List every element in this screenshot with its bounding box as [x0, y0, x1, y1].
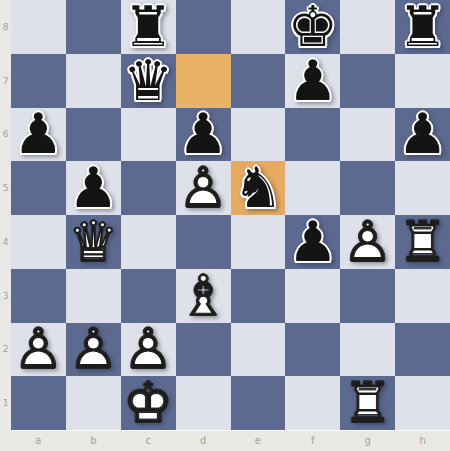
square-a1[interactable]	[11, 376, 66, 430]
square-a2[interactable]: ♟♙	[11, 323, 66, 377]
white-pawn-glyph: ♟	[121, 323, 176, 377]
square-c3[interactable]	[121, 269, 176, 323]
square-c4[interactable]	[121, 215, 176, 269]
black-pawn-piece[interactable]: ♟	[176, 108, 231, 162]
file-label-h: h	[395, 430, 450, 451]
black-pawn-glyph: ♟	[285, 215, 340, 269]
square-e1[interactable]	[231, 376, 286, 430]
white-king-glyph: ♚	[121, 376, 176, 430]
rank-label-8: 8	[0, 0, 11, 54]
black-pawn-glyph: ♟	[395, 108, 450, 162]
white-pawn-outline: ♙	[121, 323, 176, 377]
square-c7[interactable]: ♛	[121, 54, 176, 108]
file-label-f: f	[285, 430, 340, 451]
square-d7[interactable]	[176, 54, 231, 108]
rank-label-3: 3	[0, 269, 11, 323]
white-pawn-glyph: ♟	[11, 323, 66, 377]
black-knight-piece[interactable]: ♞	[231, 161, 286, 215]
square-g5[interactable]	[340, 161, 395, 215]
square-d3[interactable]: ♝♗	[176, 269, 231, 323]
file-label-e: e	[231, 430, 286, 451]
black-queen-glyph: ♛	[121, 54, 176, 108]
square-d2[interactable]	[176, 323, 231, 377]
square-b2[interactable]: ♟♙	[66, 323, 121, 377]
rank-labels: 87654321	[0, 0, 11, 430]
black-pawn-piece[interactable]: ♟	[66, 161, 121, 215]
white-rook-glyph: ♜	[395, 215, 450, 269]
square-e2[interactable]	[231, 323, 286, 377]
rank-label-7: 7	[0, 54, 11, 108]
file-label-c: c	[121, 430, 176, 451]
square-f3[interactable]	[285, 269, 340, 323]
black-knight-glyph: ♞	[231, 161, 286, 215]
square-a3[interactable]	[11, 269, 66, 323]
square-e8[interactable]	[231, 0, 286, 54]
square-h6[interactable]: ♟	[395, 108, 450, 162]
square-d5[interactable]: ♟♙	[176, 161, 231, 215]
white-king-piece[interactable]: ♚♔	[121, 376, 176, 430]
white-rook-piece[interactable]: ♜♖	[340, 376, 395, 430]
file-label-g: g	[340, 430, 395, 451]
white-bishop-outline: ♗	[176, 269, 231, 323]
black-pawn-glyph: ♟	[66, 161, 121, 215]
chess-board: ♜♚♜♛♟♟♟♟♟♟♙♞♛♕♟♟♙♜♖♝♗♟♙♟♙♟♙♚♔♜♖	[11, 0, 450, 430]
square-f7[interactable]: ♟	[285, 54, 340, 108]
square-b6[interactable]	[66, 108, 121, 162]
square-e3[interactable]	[231, 269, 286, 323]
black-rook-glyph: ♜	[121, 0, 176, 54]
square-f8[interactable]: ♚	[285, 0, 340, 54]
black-king-glyph: ♚	[285, 0, 340, 54]
white-pawn-glyph: ♟	[340, 215, 395, 269]
white-pawn-outline: ♙	[340, 215, 395, 269]
square-d1[interactable]	[176, 376, 231, 430]
white-rook-outline: ♖	[395, 215, 450, 269]
square-c8[interactable]: ♜	[121, 0, 176, 54]
square-e4[interactable]	[231, 215, 286, 269]
white-bishop-piece[interactable]: ♝♗	[176, 269, 231, 323]
square-e7[interactable]	[231, 54, 286, 108]
square-h1[interactable]	[395, 376, 450, 430]
square-a6[interactable]: ♟	[11, 108, 66, 162]
square-e6[interactable]	[231, 108, 286, 162]
square-g2[interactable]	[340, 323, 395, 377]
black-rook-piece[interactable]: ♜	[395, 0, 450, 54]
square-a4[interactable]	[11, 215, 66, 269]
white-queen-outline: ♕	[66, 215, 121, 269]
square-c6[interactable]	[121, 108, 176, 162]
white-pawn-outline: ♙	[11, 323, 66, 377]
file-label-a: a	[11, 430, 66, 451]
white-pawn-outline: ♙	[176, 161, 231, 215]
rank-label-2: 2	[0, 323, 11, 377]
square-g7[interactable]	[340, 54, 395, 108]
black-pawn-glyph: ♟	[11, 108, 66, 162]
square-g3[interactable]	[340, 269, 395, 323]
black-king-piece[interactable]: ♚	[285, 0, 340, 54]
black-queen-piece[interactable]: ♛	[121, 54, 176, 108]
rank-label-1: 1	[0, 376, 11, 430]
white-king-outline: ♔	[121, 376, 176, 430]
white-queen-glyph: ♛	[66, 215, 121, 269]
square-h2[interactable]	[395, 323, 450, 377]
square-f5[interactable]	[285, 161, 340, 215]
black-pawn-piece[interactable]: ♟	[285, 215, 340, 269]
white-queen-piece[interactable]: ♛♕	[66, 215, 121, 269]
white-rook-glyph: ♜	[340, 376, 395, 430]
white-rook-piece[interactable]: ♜♖	[395, 215, 450, 269]
black-pawn-glyph: ♟	[285, 54, 340, 108]
file-label-b: b	[66, 430, 121, 451]
rank-label-4: 4	[0, 215, 11, 269]
square-a8[interactable]	[11, 0, 66, 54]
square-h4[interactable]: ♜♖	[395, 215, 450, 269]
square-h5[interactable]	[395, 161, 450, 215]
white-rook-outline: ♖	[340, 376, 395, 430]
black-pawn-glyph: ♟	[176, 108, 231, 162]
rank-label-6: 6	[0, 108, 11, 162]
square-h3[interactable]	[395, 269, 450, 323]
square-e5[interactable]: ♞	[231, 161, 286, 215]
square-b7[interactable]	[66, 54, 121, 108]
square-f4[interactable]: ♟	[285, 215, 340, 269]
white-pawn-piece[interactable]: ♟♙	[340, 215, 395, 269]
square-a5[interactable]	[11, 161, 66, 215]
square-g1[interactable]: ♜♖	[340, 376, 395, 430]
square-b8[interactable]	[66, 0, 121, 54]
square-c1[interactable]: ♚♔	[121, 376, 176, 430]
square-f1[interactable]	[285, 376, 340, 430]
white-pawn-piece[interactable]: ♟♙	[66, 323, 121, 377]
black-pawn-piece[interactable]: ♟	[11, 108, 66, 162]
white-pawn-outline: ♙	[66, 323, 121, 377]
square-g6[interactable]	[340, 108, 395, 162]
square-h7[interactable]	[395, 54, 450, 108]
square-b1[interactable]	[66, 376, 121, 430]
square-a7[interactable]	[11, 54, 66, 108]
square-c2[interactable]: ♟♙	[121, 323, 176, 377]
square-h8[interactable]: ♜	[395, 0, 450, 54]
square-d4[interactable]	[176, 215, 231, 269]
white-pawn-piece[interactable]: ♟♙	[121, 323, 176, 377]
square-d6[interactable]: ♟	[176, 108, 231, 162]
square-c5[interactable]	[121, 161, 176, 215]
black-rook-piece[interactable]: ♜	[121, 0, 176, 54]
black-rook-glyph: ♜	[395, 0, 450, 54]
square-f2[interactable]	[285, 323, 340, 377]
square-b4[interactable]: ♛♕	[66, 215, 121, 269]
square-f6[interactable]	[285, 108, 340, 162]
rank-label-5: 5	[0, 161, 11, 215]
square-d8[interactable]	[176, 0, 231, 54]
square-g4[interactable]: ♟♙	[340, 215, 395, 269]
white-pawn-glyph: ♟	[176, 161, 231, 215]
white-pawn-piece[interactable]: ♟♙	[176, 161, 231, 215]
square-b5[interactable]: ♟	[66, 161, 121, 215]
white-pawn-glyph: ♟	[66, 323, 121, 377]
square-b3[interactable]	[66, 269, 121, 323]
white-pawn-piece[interactable]: ♟♙	[11, 323, 66, 377]
black-pawn-piece[interactable]: ♟	[395, 108, 450, 162]
square-g8[interactable]	[340, 0, 395, 54]
black-pawn-piece[interactable]: ♟	[285, 54, 340, 108]
file-labels: abcdefgh	[11, 430, 450, 451]
file-label-d: d	[176, 430, 231, 451]
white-bishop-glyph: ♝	[176, 269, 231, 323]
